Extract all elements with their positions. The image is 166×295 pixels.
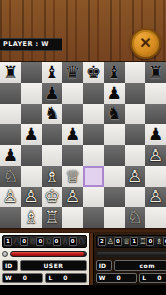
capture-counter: 0♝ [53, 237, 69, 246]
square-h2[interactable]: ♙ [145, 187, 166, 208]
square-e4[interactable] [83, 145, 104, 166]
black-queen-capture-icon: ♛ [29, 238, 36, 246]
user-clock-icon [2, 251, 8, 257]
user-losses-value: 0 [63, 274, 67, 281]
square-g4[interactable] [125, 145, 146, 166]
capture-count: 0 [36, 237, 44, 246]
black-rook-piece: ♜ [3, 64, 18, 81]
square-d4[interactable] [62, 145, 83, 166]
square-g1[interactable]: ♘ [125, 207, 146, 228]
square-d5[interactable]: ♟ [62, 124, 83, 145]
square-b1[interactable]: ♗ [21, 207, 42, 228]
square-e8[interactable]: ♚ [83, 62, 104, 83]
square-b3[interactable] [21, 166, 42, 187]
square-h3[interactable] [145, 166, 166, 187]
square-b8[interactable] [21, 62, 42, 83]
capture-counter: 0♛ [20, 237, 36, 246]
black-pawn-capture-icon: ♟ [13, 238, 20, 246]
white-queen-capture-icon: ♕ [123, 238, 130, 246]
user-timer-bar [10, 251, 87, 257]
square-c3[interactable]: ♗ [42, 166, 63, 187]
square-b6[interactable] [21, 104, 42, 125]
square-f2[interactable] [104, 187, 125, 208]
black-rook-piece: ♜ [148, 64, 163, 81]
user-id-label: ID [2, 260, 18, 270]
white-pawn-capture-icon: ♙ [107, 238, 114, 246]
capture-count: 1 [130, 237, 138, 246]
white-bishop-capture-icon: ♗ [155, 238, 162, 246]
white-pawn-piece: ♙ [3, 188, 18, 205]
user-name: USER [20, 260, 87, 270]
white-rook-capture-icon: ♖ [139, 238, 146, 246]
white-pawn-piece: ♙ [24, 188, 39, 205]
com-wins-box: W 0 [96, 273, 137, 283]
square-a8[interactable]: ♜ [0, 62, 21, 83]
square-h1[interactable] [145, 207, 166, 228]
black-knight-piece: ♞ [44, 105, 59, 122]
square-e1[interactable] [83, 207, 104, 228]
capture-count: 0 [53, 237, 61, 246]
white-bishop-piece: ♗ [24, 209, 39, 226]
square-h6[interactable] [145, 104, 166, 125]
square-b5[interactable]: ♟ [21, 124, 42, 145]
black-pawn-piece: ♟ [148, 126, 163, 143]
square-d7[interactable] [62, 83, 83, 104]
square-f8[interactable]: ♝ [104, 62, 125, 83]
user-panel: 1♟0♛0♜0♝0♞ ID USER W 0 L 0 [0, 233, 90, 285]
square-e7[interactable] [83, 83, 104, 104]
wheel-cross-icon: ✕ [139, 36, 152, 51]
square-c6[interactable]: ♞ [42, 104, 63, 125]
square-c1[interactable]: ♖ [42, 207, 63, 228]
com-name: com [114, 260, 166, 270]
com-panel: 2♙0♕1♖0♗0♘ ID com W 0 L 0 [93, 233, 166, 285]
black-pawn-piece: ♟ [44, 85, 59, 102]
square-d3[interactable]: ♕ [62, 166, 83, 187]
black-pawn-piece: ♟ [3, 147, 18, 164]
black-rook-capture-icon: ♜ [45, 238, 52, 246]
com-wins-value: 0 [116, 274, 120, 281]
square-d8[interactable]: ♛ [62, 62, 83, 83]
square-f1[interactable] [104, 207, 125, 228]
square-a5[interactable] [0, 124, 21, 145]
bottom-panels: 1♟0♛0♜0♝0♞ ID USER W 0 L 0 2♙0♕1♖0♗0♘ [0, 233, 166, 285]
capture-count: 0 [114, 237, 122, 246]
square-a3[interactable]: ♘ [0, 166, 21, 187]
square-b2[interactable]: ♙ [21, 187, 42, 208]
black-pawn-piece: ♟ [24, 126, 39, 143]
menu-wheel-button[interactable]: ✕ [130, 28, 161, 59]
square-g5[interactable] [125, 124, 146, 145]
user-losses-box: L 0 [45, 273, 86, 283]
black-king-piece: ♚ [86, 64, 101, 81]
capture-count: 0 [146, 237, 154, 246]
player-turn-label: PLAYER : W [0, 38, 62, 51]
capture-counter: 0♞ [69, 237, 85, 246]
white-king-piece: ♔ [44, 188, 59, 205]
bottom-black-strip [0, 285, 166, 295]
black-bishop-piece: ♝ [107, 64, 122, 81]
square-f6[interactable]: ♞ [104, 104, 125, 125]
square-d6[interactable] [62, 104, 83, 125]
square-g6[interactable] [125, 104, 146, 125]
square-b4[interactable] [21, 145, 42, 166]
com-timer-bar [96, 251, 166, 257]
square-e3[interactable] [83, 166, 104, 187]
square-a6[interactable] [0, 104, 21, 125]
square-g3[interactable]: ♙ [125, 166, 146, 187]
white-pawn-piece: ♙ [127, 168, 142, 185]
square-f7[interactable]: ♟ [104, 83, 125, 104]
black-bishop-capture-icon: ♝ [62, 238, 69, 246]
user-timer-row [2, 250, 87, 258]
black-bishop-piece: ♝ [44, 64, 59, 81]
com-losses-box: L 0 [139, 273, 166, 283]
user-wins-box: W 0 [2, 273, 43, 283]
capture-count: 2 [98, 237, 106, 246]
capture-counter: 1♟ [4, 237, 20, 246]
user-captured-pieces-row: 1♟0♛0♜0♝0♞ [2, 235, 87, 248]
square-d1[interactable] [62, 207, 83, 228]
square-c5[interactable] [42, 124, 63, 145]
square-c2[interactable]: ♔ [42, 187, 63, 208]
square-f3[interactable] [104, 166, 125, 187]
com-wins-label: W [99, 274, 106, 281]
capture-counter: 2♙ [98, 237, 114, 246]
com-id-label: ID [96, 260, 112, 270]
square-g8[interactable] [125, 62, 146, 83]
capture-counter: 1♖ [130, 237, 146, 246]
square-c8[interactable]: ♝ [42, 62, 63, 83]
black-pawn-piece: ♟ [107, 85, 122, 102]
square-a7[interactable] [0, 83, 21, 104]
black-pawn-piece: ♟ [65, 126, 80, 143]
square-h7[interactable] [145, 83, 166, 104]
capture-counter: 0♗ [146, 237, 162, 246]
capture-counter: 0♘ [163, 237, 166, 246]
square-d2[interactable]: ♙ [62, 187, 83, 208]
white-knight-piece: ♘ [127, 209, 142, 226]
square-f5[interactable] [104, 124, 125, 145]
com-timer-row [96, 250, 166, 258]
square-a4[interactable]: ♟ [0, 145, 21, 166]
capture-counter: 0♕ [114, 237, 130, 246]
com-captured-pieces-row: 2♙0♕1♖0♗0♘ [96, 235, 166, 248]
square-g7[interactable] [125, 83, 146, 104]
black-knight-piece: ♞ [107, 105, 122, 122]
square-h8[interactable]: ♜ [145, 62, 166, 83]
capture-count: 0 [163, 237, 166, 246]
white-queen-piece: ♕ [65, 168, 80, 185]
square-c7[interactable]: ♟ [42, 83, 63, 104]
square-g2[interactable] [125, 187, 146, 208]
white-rook-piece: ♖ [44, 209, 59, 226]
square-h4[interactable]: ♙ [145, 145, 166, 166]
capture-counter: 0♜ [36, 237, 52, 246]
square-e6[interactable] [83, 104, 104, 125]
square-a2[interactable]: ♙ [0, 187, 21, 208]
com-losses-value: 0 [157, 274, 161, 281]
user-wins-label: W [5, 274, 12, 281]
com-losses-label: L [142, 274, 146, 281]
white-pawn-piece: ♙ [65, 188, 80, 205]
capture-count: 0 [69, 237, 77, 246]
square-f4[interactable] [104, 145, 125, 166]
white-pawn-piece: ♙ [148, 188, 163, 205]
chess-board: ♜♝♛♚♝♜♟♟♞♞♟♟♟♟♙♘♗♕♙♙♙♔♙♙♗♖♘ [0, 62, 166, 228]
white-bishop-piece: ♗ [44, 168, 59, 185]
white-knight-piece: ♘ [3, 168, 18, 185]
square-a1[interactable] [0, 207, 21, 228]
capture-count: 0 [20, 237, 28, 246]
square-b7[interactable] [21, 83, 42, 104]
black-queen-piece: ♛ [65, 64, 80, 81]
square-e2[interactable] [83, 187, 104, 208]
black-knight-capture-icon: ♞ [78, 238, 85, 246]
user-wins-value: 0 [23, 274, 27, 281]
user-losses-label: L [48, 274, 52, 281]
square-c4[interactable] [42, 145, 63, 166]
square-e5[interactable] [83, 124, 104, 145]
white-pawn-piece: ♙ [148, 147, 163, 164]
capture-count: 1 [4, 237, 12, 246]
square-h5[interactable]: ♟ [145, 124, 166, 145]
